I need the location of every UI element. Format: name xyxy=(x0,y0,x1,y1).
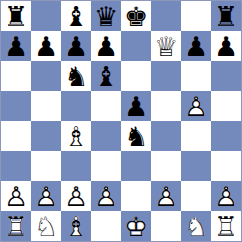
square-a6[interactable] xyxy=(1,61,31,91)
square-d1[interactable] xyxy=(91,211,121,241)
white-king-piece: ♚♔ xyxy=(121,211,151,241)
white-pawn-piece: ♟♙ xyxy=(211,181,241,211)
black-bishop-piece: ♝♝ xyxy=(91,61,121,91)
square-b6[interactable] xyxy=(31,61,61,91)
black-bishop-piece: ♝♝ xyxy=(61,1,91,31)
square-a1[interactable]: ♜♖ xyxy=(1,211,31,241)
square-d8[interactable]: ♛♛ xyxy=(91,1,121,31)
black-pawn-piece: ♟♟ xyxy=(91,31,121,61)
square-e2[interactable] xyxy=(121,181,151,211)
white-pawn-piece: ♟♙ xyxy=(181,91,211,121)
square-a8[interactable]: ♜♜ xyxy=(1,1,31,31)
square-c4[interactable]: ♝♗ xyxy=(61,121,91,151)
square-a4[interactable] xyxy=(1,121,31,151)
white-pawn-piece: ♟♙ xyxy=(31,181,61,211)
square-h5[interactable] xyxy=(211,91,241,121)
square-g7[interactable]: ♟♟ xyxy=(181,31,211,61)
white-knight-piece: ♞♘ xyxy=(31,211,61,241)
square-b4[interactable] xyxy=(31,121,61,151)
chess-board: ♜♜♝♝♛♛♚♚♜♜♟♟♟♟♟♟♟♟♛♕♟♟♟♟♞♞♝♝♟♟♟♙♝♗♞♞♟♙♟♙… xyxy=(0,0,242,242)
square-f6[interactable] xyxy=(151,61,181,91)
white-rook-piece: ♜♖ xyxy=(211,211,241,241)
white-pawn-piece: ♟♙ xyxy=(91,181,121,211)
white-rook-piece: ♜♖ xyxy=(1,211,31,241)
square-c1[interactable]: ♝♗ xyxy=(61,211,91,241)
square-h1[interactable]: ♜♖ xyxy=(211,211,241,241)
square-g1[interactable]: ♞♘ xyxy=(181,211,211,241)
black-pawn-piece: ♟♟ xyxy=(211,31,241,61)
square-e8[interactable]: ♚♚ xyxy=(121,1,151,31)
square-f3[interactable] xyxy=(151,151,181,181)
square-a5[interactable] xyxy=(1,91,31,121)
black-pawn-piece: ♟♟ xyxy=(1,31,31,61)
square-d7[interactable]: ♟♟ xyxy=(91,31,121,61)
black-knight-piece: ♞♞ xyxy=(61,61,91,91)
square-h2[interactable]: ♟♙ xyxy=(211,181,241,211)
white-queen-piece: ♛♕ xyxy=(151,31,181,61)
square-f7[interactable]: ♛♕ xyxy=(151,31,181,61)
square-b5[interactable] xyxy=(31,91,61,121)
white-pawn-piece: ♟♙ xyxy=(61,181,91,211)
white-pawn-piece: ♟♙ xyxy=(1,181,31,211)
square-c6[interactable]: ♞♞ xyxy=(61,61,91,91)
square-e7[interactable] xyxy=(121,31,151,61)
square-a7[interactable]: ♟♟ xyxy=(1,31,31,61)
square-b2[interactable]: ♟♙ xyxy=(31,181,61,211)
black-pawn-piece: ♟♟ xyxy=(181,31,211,61)
square-f1[interactable] xyxy=(151,211,181,241)
square-g4[interactable] xyxy=(181,121,211,151)
black-king-piece: ♚♚ xyxy=(121,1,151,31)
square-c5[interactable] xyxy=(61,91,91,121)
black-rook-piece: ♜♜ xyxy=(1,1,31,31)
square-e4[interactable]: ♞♞ xyxy=(121,121,151,151)
square-h4[interactable] xyxy=(211,121,241,151)
square-d4[interactable] xyxy=(91,121,121,151)
square-e1[interactable]: ♚♔ xyxy=(121,211,151,241)
square-d5[interactable] xyxy=(91,91,121,121)
black-rook-piece: ♜♜ xyxy=(211,1,241,31)
square-c8[interactable]: ♝♝ xyxy=(61,1,91,31)
square-c2[interactable]: ♟♙ xyxy=(61,181,91,211)
square-g5[interactable]: ♟♙ xyxy=(181,91,211,121)
square-a2[interactable]: ♟♙ xyxy=(1,181,31,211)
white-bishop-piece: ♝♗ xyxy=(61,211,91,241)
square-h8[interactable]: ♜♜ xyxy=(211,1,241,31)
square-f2[interactable]: ♟♙ xyxy=(151,181,181,211)
square-c3[interactable] xyxy=(61,151,91,181)
square-e3[interactable] xyxy=(121,151,151,181)
black-knight-piece: ♞♞ xyxy=(121,121,151,151)
square-h7[interactable]: ♟♟ xyxy=(211,31,241,61)
square-d2[interactable]: ♟♙ xyxy=(91,181,121,211)
square-g3[interactable] xyxy=(181,151,211,181)
square-c7[interactable]: ♟♟ xyxy=(61,31,91,61)
square-d6[interactable]: ♝♝ xyxy=(91,61,121,91)
white-pawn-piece: ♟♙ xyxy=(151,181,181,211)
white-knight-piece: ♞♘ xyxy=(181,211,211,241)
square-f8[interactable] xyxy=(151,1,181,31)
square-f5[interactable] xyxy=(151,91,181,121)
square-g8[interactable] xyxy=(181,1,211,31)
square-h3[interactable] xyxy=(211,151,241,181)
square-b8[interactable] xyxy=(31,1,61,31)
square-d3[interactable] xyxy=(91,151,121,181)
square-b1[interactable]: ♞♘ xyxy=(31,211,61,241)
square-e6[interactable] xyxy=(121,61,151,91)
square-a3[interactable] xyxy=(1,151,31,181)
square-g2[interactable] xyxy=(181,181,211,211)
square-b3[interactable] xyxy=(31,151,61,181)
square-f4[interactable] xyxy=(151,121,181,151)
square-g6[interactable] xyxy=(181,61,211,91)
square-b7[interactable]: ♟♟ xyxy=(31,31,61,61)
black-queen-piece: ♛♛ xyxy=(91,1,121,31)
black-pawn-piece: ♟♟ xyxy=(121,91,151,121)
square-h6[interactable] xyxy=(211,61,241,91)
black-pawn-piece: ♟♟ xyxy=(61,31,91,61)
black-pawn-piece: ♟♟ xyxy=(31,31,61,61)
square-e5[interactable]: ♟♟ xyxy=(121,91,151,121)
white-bishop-piece: ♝♗ xyxy=(61,121,91,151)
